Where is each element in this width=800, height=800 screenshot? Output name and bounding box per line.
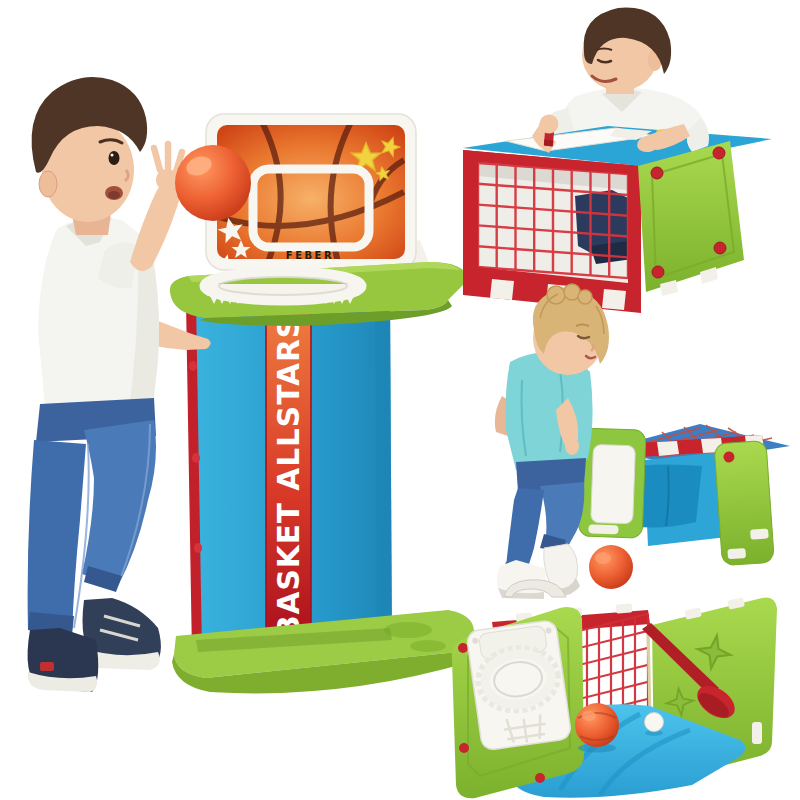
golf-ball [645,713,664,732]
orange-ball-thrown [175,145,251,221]
scene-activity-cube-table [463,8,772,313]
boy2-right-hand [540,115,559,134]
cube-green-panel [638,141,744,296]
product-name-label: BASKET ALLSTARS [270,316,306,638]
corner-left-panel [452,607,584,798]
collage-svg: BASKET ALLSTARS FEB [0,0,800,800]
whiteboard-panel [591,444,636,523]
feber-logo: FEBER [286,250,334,261]
spread-fingers [154,144,182,172]
basketball-ring-unit [466,619,572,750]
scene-football-goal [495,284,790,599]
product-collage-image: BASKET ALLSTARS FEB [0,0,800,800]
stand-column: BASKET ALLSTARS [186,295,392,655]
shoe-tag [40,662,54,671]
scene-basketball-stand: BASKET ALLSTARS FEB [28,77,477,694]
goal-right-post [714,440,774,565]
hoop-shelf [170,262,467,326]
girl-back-leg [506,488,544,572]
jeans-front-leg [82,420,156,586]
mini-basketball [575,703,619,747]
scene-multisport-corner [452,580,777,799]
orange-ball-kick [589,545,633,589]
